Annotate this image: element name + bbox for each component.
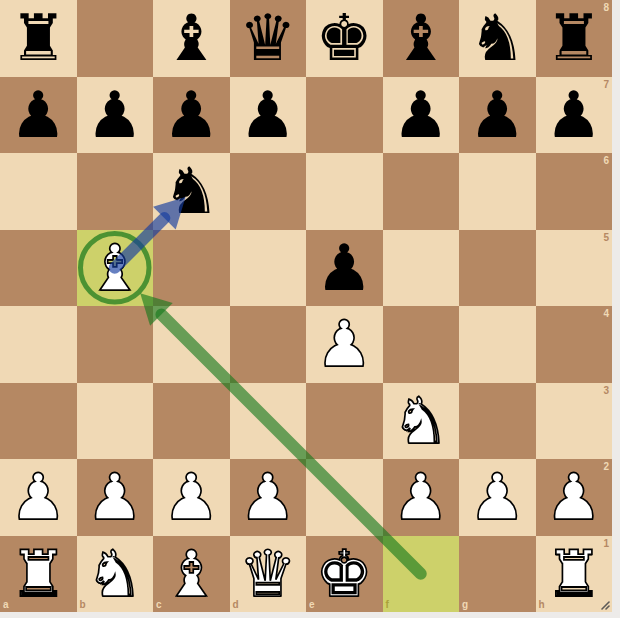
square-a4[interactable] [0, 306, 77, 383]
black-pawn[interactable]: ♟ [536, 77, 613, 154]
square-e8[interactable]: ♚ [306, 0, 383, 77]
black-bishop[interactable]: ♝ [383, 0, 460, 77]
square-d1[interactable]: d♛ [230, 536, 307, 613]
square-e4[interactable]: ♟ [306, 306, 383, 383]
square-a7[interactable]: ♟ [0, 77, 77, 154]
square-g2[interactable]: ♟ [459, 459, 536, 536]
black-rook[interactable]: ♜ [0, 0, 77, 77]
square-a6[interactable] [0, 153, 77, 230]
square-h8[interactable]: 8♜ [536, 0, 613, 77]
black-bishop[interactable]: ♝ [153, 0, 230, 77]
square-f2[interactable]: ♟ [383, 459, 460, 536]
white-knight[interactable]: ♞ [383, 383, 460, 460]
white-pawn[interactable]: ♟ [536, 459, 613, 536]
black-queen[interactable]: ♛ [230, 0, 307, 77]
square-a8[interactable]: ♜ [0, 0, 77, 77]
square-b8[interactable] [77, 0, 154, 77]
black-pawn[interactable]: ♟ [77, 77, 154, 154]
square-c1[interactable]: c♝ [153, 536, 230, 613]
square-e7[interactable] [306, 77, 383, 154]
square-e6[interactable] [306, 153, 383, 230]
square-g1[interactable]: g [459, 536, 536, 613]
square-a2[interactable]: ♟ [0, 459, 77, 536]
square-h3[interactable]: 3 [536, 383, 613, 460]
square-c6[interactable]: ♞ [153, 153, 230, 230]
square-b1[interactable]: b♞ [77, 536, 154, 613]
white-rook[interactable]: ♜ [0, 536, 77, 613]
white-bishop[interactable]: ♝ [153, 536, 230, 613]
square-g3[interactable] [459, 383, 536, 460]
square-c8[interactable]: ♝ [153, 0, 230, 77]
square-b7[interactable]: ♟ [77, 77, 154, 154]
chess-board[interactable]: ♜♝♛♚♝♞8♜♟♟♟♟♟♟7♟♞6♝♟5♟4♞3♟♟♟♟♟♟2♟a♜b♞c♝d… [0, 0, 612, 612]
square-g6[interactable] [459, 153, 536, 230]
white-bishop[interactable]: ♝ [77, 230, 154, 307]
rank-label-5: 5 [603, 233, 609, 243]
square-d6[interactable] [230, 153, 307, 230]
black-king[interactable]: ♚ [306, 0, 383, 77]
square-b4[interactable] [77, 306, 154, 383]
white-pawn[interactable]: ♟ [230, 459, 307, 536]
rank-label-3: 3 [603, 386, 609, 396]
black-pawn[interactable]: ♟ [306, 230, 383, 307]
file-label-g: g [462, 600, 468, 610]
square-c5[interactable] [153, 230, 230, 307]
black-pawn[interactable]: ♟ [153, 77, 230, 154]
page: ♜♝♛♚♝♞8♜♟♟♟♟♟♟7♟♞6♝♟5♟4♞3♟♟♟♟♟♟2♟a♜b♞c♝d… [0, 0, 620, 618]
square-d3[interactable] [230, 383, 307, 460]
square-a1[interactable]: a♜ [0, 536, 77, 613]
board-resize-handle-icon[interactable] [597, 597, 611, 611]
square-c7[interactable]: ♟ [153, 77, 230, 154]
rank-label-4: 4 [603, 309, 609, 319]
square-f4[interactable] [383, 306, 460, 383]
square-d7[interactable]: ♟ [230, 77, 307, 154]
square-c3[interactable] [153, 383, 230, 460]
square-e3[interactable] [306, 383, 383, 460]
black-pawn[interactable]: ♟ [230, 77, 307, 154]
square-h2[interactable]: 2♟ [536, 459, 613, 536]
square-c2[interactable]: ♟ [153, 459, 230, 536]
black-knight[interactable]: ♞ [459, 0, 536, 77]
square-c4[interactable] [153, 306, 230, 383]
white-pawn[interactable]: ♟ [77, 459, 154, 536]
square-f1[interactable]: f [383, 536, 460, 613]
square-f7[interactable]: ♟ [383, 77, 460, 154]
square-e1[interactable]: e♚ [306, 536, 383, 613]
square-b6[interactable] [77, 153, 154, 230]
square-f8[interactable]: ♝ [383, 0, 460, 77]
square-e2[interactable] [306, 459, 383, 536]
white-pawn[interactable]: ♟ [459, 459, 536, 536]
white-pawn[interactable]: ♟ [306, 306, 383, 383]
square-g4[interactable] [459, 306, 536, 383]
square-f6[interactable] [383, 153, 460, 230]
black-pawn[interactable]: ♟ [459, 77, 536, 154]
square-g5[interactable] [459, 230, 536, 307]
square-h5[interactable]: 5 [536, 230, 613, 307]
square-e5[interactable]: ♟ [306, 230, 383, 307]
black-pawn[interactable]: ♟ [0, 77, 77, 154]
square-d8[interactable]: ♛ [230, 0, 307, 77]
square-d2[interactable]: ♟ [230, 459, 307, 536]
square-g8[interactable]: ♞ [459, 0, 536, 77]
black-pawn[interactable]: ♟ [383, 77, 460, 154]
square-h7[interactable]: 7♟ [536, 77, 613, 154]
white-pawn[interactable]: ♟ [153, 459, 230, 536]
white-queen[interactable]: ♛ [230, 536, 307, 613]
square-b3[interactable] [77, 383, 154, 460]
black-rook[interactable]: ♜ [536, 0, 613, 77]
square-f3[interactable]: ♞ [383, 383, 460, 460]
white-knight[interactable]: ♞ [77, 536, 154, 613]
white-king[interactable]: ♚ [306, 536, 383, 613]
square-g7[interactable]: ♟ [459, 77, 536, 154]
square-h4[interactable]: 4 [536, 306, 613, 383]
square-a3[interactable] [0, 383, 77, 460]
square-a5[interactable] [0, 230, 77, 307]
square-b2[interactable]: ♟ [77, 459, 154, 536]
square-d4[interactable] [230, 306, 307, 383]
rank-label-6: 6 [603, 156, 609, 166]
square-h6[interactable]: 6 [536, 153, 613, 230]
white-pawn[interactable]: ♟ [0, 459, 77, 536]
black-knight[interactable]: ♞ [153, 153, 230, 230]
last-move-highlight-f1 [383, 536, 460, 613]
square-b5[interactable]: ♝ [77, 230, 154, 307]
square-d5[interactable] [230, 230, 307, 307]
square-f5[interactable] [383, 230, 460, 307]
white-pawn[interactable]: ♟ [383, 459, 460, 536]
